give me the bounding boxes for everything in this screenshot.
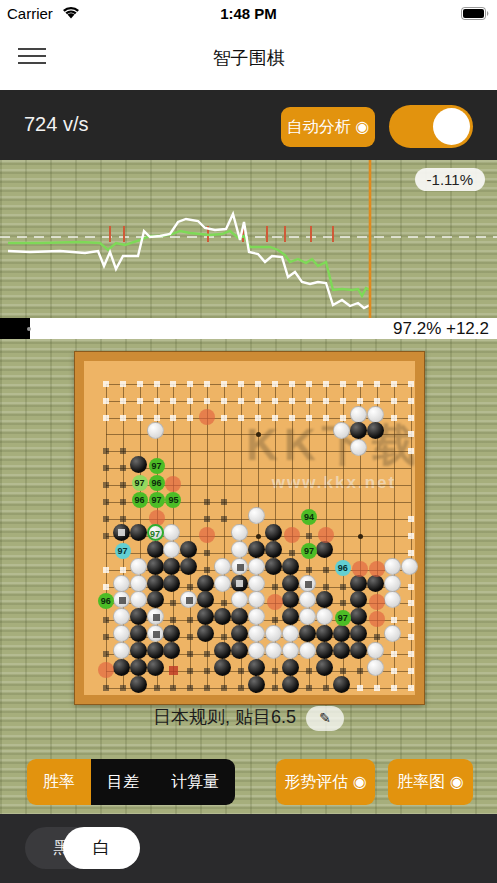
black-stone [163,558,180,575]
toggle-knob [433,108,470,145]
black-territory-mark [204,550,210,556]
white-territory-mark [357,381,363,387]
grid-line [394,384,395,688]
black-stone [333,676,350,693]
white-territory-mark [272,415,278,421]
black-stone [180,558,197,575]
white-stone [130,558,147,575]
white-territory-mark [408,381,414,387]
white-stone [350,406,367,423]
black-stone [231,625,248,642]
candidate-move-green: 96 [149,475,165,491]
white-territory-mark [204,398,210,404]
black-stone [282,608,299,625]
dead-mark [153,614,160,621]
black-stone [299,625,316,642]
white-territory-mark [289,381,295,387]
visits-per-second: 724 v/s [24,113,88,136]
white-territory-mark [255,415,261,421]
black-territory-mark [103,499,109,505]
dead-mark [186,597,193,604]
white-territory-mark [408,533,414,539]
black-territory-mark [204,567,210,573]
black-territory-mark [103,533,109,539]
white-territory-mark [204,381,210,387]
white-territory-mark [408,516,414,522]
black-territory-mark [103,617,109,623]
black-stone [130,524,147,541]
white-stone [299,591,316,608]
white-territory-mark [391,398,397,404]
black-stone [350,591,367,608]
black-territory-mark [187,584,193,590]
black-stone [197,625,214,642]
winrate-graph-button[interactable]: 胜率图 ◉ [388,759,473,805]
ai-warning-circle [267,594,283,610]
black-stone [350,608,367,625]
ai-warning-circle [352,561,368,577]
white-stone [113,625,130,642]
black-territory-mark [170,685,176,691]
black-stone [316,625,333,642]
white-stone [384,625,401,642]
black-stone [113,659,130,676]
white-territory-mark [103,398,109,404]
dead-mark [236,580,243,587]
dead-mark [237,564,244,571]
white-stone [163,541,180,558]
white-territory-mark [154,381,160,387]
white-stone [231,558,248,575]
black-stone [350,625,367,642]
black-stone [147,642,164,659]
black-territory-mark [204,651,210,657]
white-stone [248,575,265,592]
rules-label: 日本规则, 贴目6.5 [153,707,296,727]
dead-mark [305,581,312,588]
winrate-chart[interactable]: -1.11% [0,160,497,318]
candidate-move-green: 96 [98,593,114,609]
candidate-move-green: 97 [149,458,165,474]
white-territory-mark [323,415,329,421]
white-territory-mark [221,381,227,387]
ai-warning-circle [165,476,181,492]
black-territory-mark [103,516,109,522]
white-stone [113,608,130,625]
black-stone [147,659,164,676]
white-territory-mark [408,617,414,623]
black-territory-mark [103,482,109,488]
white-stone [350,439,367,456]
white-stone [265,642,282,659]
position-evaluate-button[interactable]: 形势评估 ◉ [276,759,375,805]
white-territory-mark [408,398,414,404]
black-territory-mark [154,685,160,691]
black-territory-mark [374,634,380,640]
white-territory-mark [374,381,380,387]
white-territory-mark [306,398,312,404]
white-stone [147,608,164,625]
white-territory-mark [408,685,414,691]
black-stone [367,422,384,439]
white-stone [384,591,401,608]
black-winrate-segment [0,318,30,339]
black-territory-mark [221,634,227,640]
black-territory-mark [221,600,227,606]
black-stone [130,625,147,642]
watermark-url: www.kkx.net [204,473,464,493]
white-territory-mark [408,584,414,590]
white-territory-mark [391,685,397,691]
black-territory-mark [323,584,329,590]
black-territory-mark [357,668,363,674]
white-territory-mark [120,398,126,404]
white-territory-mark [187,415,193,421]
black-territory-mark [120,482,126,488]
white-territory-mark [408,651,414,657]
black-territory-mark [120,465,126,471]
black-territory-mark [340,584,346,590]
black-territory-mark [238,685,244,691]
white-territory-mark [391,381,397,387]
color-toggle[interactable]: 黑 白 [25,827,140,869]
star-point [358,534,363,539]
white-territory-mark [120,415,126,421]
white-territory-mark [357,685,363,691]
ai-warning-square [169,666,178,675]
white-stone [147,422,164,439]
black-territory-mark [306,567,312,573]
score-change-badge: -1.11% [415,168,485,191]
dead-mark [153,631,160,638]
black-territory-mark [272,685,278,691]
ai-warning-circle [284,527,300,543]
black-stone [316,541,333,558]
white-territory-mark [272,381,278,387]
black-stone [197,591,214,608]
star-point [256,534,261,539]
white-territory-mark [154,398,160,404]
black-stone [163,625,180,642]
black-stone [231,575,248,592]
edit-rules-button[interactable]: ✎ [306,706,344,731]
winrate-bar: 97.2% +12.2 [0,318,497,339]
clock: 1:48 PM [0,5,497,22]
black-stone [282,676,299,693]
white-stone [163,524,180,541]
black-stone [265,558,282,575]
white-territory-mark [306,381,312,387]
candidate-move-green: 96 [132,492,148,508]
black-stone [197,575,214,592]
white-territory-mark [103,381,109,387]
white-territory-mark [170,415,176,421]
black-stone [130,608,147,625]
toolbar: 胜率 目差 计算量 形势评估 ◉ 胜率图 ◉ [0,750,497,814]
tab-computation[interactable]: 计算量 [155,759,235,805]
black-stone [163,575,180,592]
white-option-selected[interactable]: 白 [63,827,140,869]
black-territory-mark [120,516,126,522]
ai-warning-circle [199,409,215,425]
analysis-control-bar: 724 v/s 自动分析 ◉ [0,90,497,160]
white-territory-mark [374,398,380,404]
black-territory-mark [323,567,329,573]
black-stone [316,642,333,659]
white-stone [282,642,299,659]
white-territory-mark [289,398,295,404]
white-territory-mark [323,398,329,404]
white-territory-mark [323,381,329,387]
winrate-text: 97.2% +12.2 [393,318,489,339]
white-territory-mark [340,415,346,421]
black-territory-mark [187,685,193,691]
black-territory-mark [221,685,227,691]
black-stone [265,541,282,558]
candidate-move-green: 97 [149,492,165,508]
white-stone [248,642,265,659]
white-territory-mark [137,381,143,387]
candidate-move-green: 94 [301,509,317,525]
black-stone [248,541,265,558]
white-territory-mark [408,668,414,674]
black-stone [248,659,265,676]
black-stone [130,676,147,693]
white-territory-mark [221,415,227,421]
candidate-move-green: 97 [335,610,351,626]
white-stone [130,591,147,608]
white-stone [231,524,248,541]
candidate-move-green: 97 [301,543,317,559]
black-stone [113,524,130,541]
white-stone [113,575,130,592]
metric-segmented-control: 胜率 目差 计算量 [27,759,235,805]
white-territory-mark [154,415,160,421]
segment-divider-dot [27,327,31,331]
white-territory-mark [120,567,126,573]
go-board[interactable]: KK下载 www.kkx.net 97979696979594979697979… [75,352,424,704]
chart-line [8,231,370,296]
white-territory-mark [272,398,278,404]
black-territory-mark [306,533,312,539]
black-territory-mark [187,617,193,623]
black-stone [214,642,231,659]
board-zone: KK下载 www.kkx.net 97979696979594979697979… [0,339,497,750]
white-territory-mark [289,415,295,421]
white-stone [282,625,299,642]
white-stone [248,558,265,575]
white-territory-mark [255,381,261,387]
white-stone [248,591,265,608]
dead-mark [118,529,125,536]
black-territory-mark [340,600,346,606]
candidate-move-green: 97 [132,475,148,491]
black-territory-mark [306,685,312,691]
ai-warning-circle [369,561,385,577]
black-stone [282,575,299,592]
black-territory-mark [103,634,109,640]
white-territory-mark [391,617,397,623]
black-stone [214,608,231,625]
white-territory-mark [120,381,126,387]
black-territory-mark [120,448,126,454]
white-stone [384,558,401,575]
black-stone [130,456,147,473]
white-territory-mark [170,381,176,387]
black-territory-mark [103,465,109,471]
white-stone [367,659,384,676]
black-stone [231,642,248,659]
white-territory-mark [103,584,109,590]
battery-icon [461,6,489,24]
white-stone [248,608,265,625]
white-territory-mark [103,415,109,421]
white-stone [367,642,384,659]
white-stone [384,575,401,592]
ai-warning-circle [98,662,114,678]
white-territory-mark [408,634,414,640]
white-territory-mark [238,398,244,404]
black-territory-mark [272,617,278,623]
ai-warning-circle [369,611,385,627]
black-stone [333,642,350,659]
white-territory-mark [408,448,414,454]
black-territory-mark [103,651,109,657]
black-territory-mark [170,617,176,623]
black-territory-mark [170,600,176,606]
black-stone [147,591,164,608]
white-territory-mark [391,415,397,421]
black-territory-mark [204,499,210,505]
black-territory-mark [120,499,126,505]
black-stone [147,558,164,575]
white-stone [147,625,164,642]
white-territory-mark [408,431,414,437]
black-territory-mark [272,668,278,674]
last-move-stone: 97 [147,524,164,541]
black-territory-mark [204,516,210,522]
black-territory-mark [187,634,193,640]
white-stone [401,558,418,575]
white-territory-mark [340,381,346,387]
black-stone [350,642,367,659]
tab-score-diff[interactable]: 目差 [91,759,155,805]
white-stone [367,406,384,423]
white-stone [113,642,130,659]
rules-row: 日本规则, 贴目6.5✎ [0,705,497,731]
black-stone [147,575,164,592]
black-stone [333,625,350,642]
white-stone [180,591,197,608]
black-territory-mark [306,668,312,674]
black-territory-mark [204,685,210,691]
white-territory-mark [408,550,414,556]
white-territory-mark [170,398,176,404]
black-stone [265,524,282,541]
white-stone [248,507,265,524]
black-stone [282,558,299,575]
white-territory-mark [391,668,397,674]
black-stone [214,659,231,676]
white-territory-mark [103,567,109,573]
black-stone [282,659,299,676]
analysis-toggle[interactable] [389,105,473,148]
white-territory-mark [238,381,244,387]
black-territory-mark [187,651,193,657]
white-territory-mark [238,415,244,421]
white-stone [299,608,316,625]
ai-warning-circle [369,594,385,610]
white-territory-mark [408,600,414,606]
white-territory-mark [408,415,414,421]
black-stone [231,608,248,625]
ai-warning-circle [199,527,215,543]
candidate-move-cyan: 96 [335,560,351,576]
black-stone [130,659,147,676]
dead-mark [119,597,126,604]
white-territory-mark [374,685,380,691]
white-territory-mark [137,415,143,421]
white-territory-mark [357,398,363,404]
black-territory-mark [340,668,346,674]
candidate-move-green: 95 [165,492,181,508]
black-territory-mark [187,668,193,674]
white-territory-mark [391,651,397,657]
white-stone [231,541,248,558]
tab-winrate[interactable]: 胜率 [27,759,91,805]
white-stone [231,591,248,608]
bottom-bar: 黑 白 ••• ❮ 97 ❯ [0,814,497,883]
black-territory-mark [103,685,109,691]
black-stone [197,608,214,625]
black-territory-mark [272,584,278,590]
white-stone [316,608,333,625]
white-stone [299,642,316,659]
black-stone [367,575,384,592]
black-stone [316,591,333,608]
black-stone [180,541,197,558]
white-stone [214,558,231,575]
status-bar: Carrier 1:48 PM [0,0,497,26]
black-territory-mark [221,499,227,505]
black-territory-mark [103,448,109,454]
white-stone [130,575,147,592]
page-title: 智子围棋 [0,46,497,70]
black-stone [163,642,180,659]
black-territory-mark [289,550,295,556]
white-stone [113,591,130,608]
white-territory-mark [340,398,346,404]
black-territory-mark [204,668,210,674]
chart-line [8,214,370,308]
black-territory-mark [120,685,126,691]
black-territory-mark [238,668,244,674]
auto-analyze-button[interactable]: 自动分析 ◉ [281,107,375,147]
black-territory-mark [221,516,227,522]
black-stone [130,642,147,659]
black-stone [316,659,333,676]
white-territory-mark [187,398,193,404]
white-stone [299,575,316,592]
black-territory-mark [323,685,329,691]
white-stone [248,625,265,642]
ai-warning-circle [318,527,334,543]
white-territory-mark [187,381,193,387]
candidate-move-cyan: 97 [115,543,131,559]
white-stone [214,575,231,592]
black-stone [147,541,164,558]
white-territory-mark [137,398,143,404]
